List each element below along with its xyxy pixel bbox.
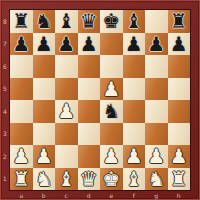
black-knight[interactable]: ♞ [102,101,120,121]
file-label-e: e [100,190,123,200]
square-c5[interactable] [55,78,78,101]
square-g4[interactable] [145,100,168,123]
white-pawn[interactable]: ♟ [170,146,188,166]
square-d4[interactable] [78,100,101,123]
white-king[interactable]: ♚ [102,169,120,189]
white-pawn[interactable]: ♟ [35,146,53,166]
rank-label-2: 2 [0,145,10,168]
black-knight[interactable]: ♞ [35,11,53,31]
white-knight[interactable]: ♞ [147,169,165,189]
white-pawn[interactable]: ♟ [102,79,120,99]
square-f8[interactable]: ♝ [123,10,146,33]
square-c4[interactable]: ♟ [55,100,78,123]
rank-label-6: 6 [0,55,10,78]
square-f1[interactable]: ♝ [123,168,146,191]
square-c3[interactable] [55,123,78,146]
square-b1[interactable]: ♞ [33,168,56,191]
square-g1[interactable]: ♞ [145,168,168,191]
square-h2[interactable]: ♟ [168,145,191,168]
white-pawn[interactable]: ♟ [125,146,143,166]
chess-board-frame: 87654321 abcdefgh ♜♞♝♛♚♝♜♟♟♟♟♟♟♟♟♟♞♟♟♟♟♟… [0,0,200,200]
file-label-d: d [78,190,101,200]
square-b5[interactable] [33,78,56,101]
square-f4[interactable] [123,100,146,123]
square-e7[interactable] [100,33,123,56]
square-h5[interactable] [168,78,191,101]
file-label-a: a [10,190,33,200]
white-rook[interactable]: ♜ [12,169,30,189]
square-d1[interactable]: ♛ [78,168,101,191]
square-b4[interactable] [33,100,56,123]
black-bishop[interactable]: ♝ [125,11,143,31]
square-h1[interactable]: ♜ [168,168,191,191]
white-pawn[interactable]: ♟ [12,146,30,166]
black-rook[interactable]: ♜ [170,11,188,31]
file-label-g: g [145,190,168,200]
file-label-h: h [168,190,191,200]
square-f6[interactable] [123,55,146,78]
black-rook[interactable]: ♜ [12,11,30,31]
rank-label-3: 3 [0,123,10,146]
square-c8[interactable]: ♝ [55,10,78,33]
square-b2[interactable]: ♟ [33,145,56,168]
white-pawn[interactable]: ♟ [57,101,75,121]
rank-label-4: 4 [0,100,10,123]
chess-board: ♜♞♝♛♚♝♜♟♟♟♟♟♟♟♟♟♞♟♟♟♟♟♟♜♞♝♛♚♝♞♜ [10,10,190,190]
square-d8[interactable]: ♛ [78,10,101,33]
square-a8[interactable]: ♜ [10,10,33,33]
square-d6[interactable] [78,55,101,78]
square-h8[interactable]: ♜ [168,10,191,33]
square-g3[interactable] [145,123,168,146]
black-pawn[interactable]: ♟ [147,34,165,54]
square-f7[interactable]: ♟ [123,33,146,56]
white-queen[interactable]: ♛ [80,169,98,189]
square-c7[interactable]: ♟ [55,33,78,56]
square-g5[interactable] [145,78,168,101]
square-a1[interactable]: ♜ [10,168,33,191]
square-e3[interactable] [100,123,123,146]
rank-label-5: 5 [0,78,10,101]
square-a4[interactable] [10,100,33,123]
file-label-c: c [55,190,78,200]
white-bishop[interactable]: ♝ [125,169,143,189]
square-g6[interactable] [145,55,168,78]
black-pawn[interactable]: ♟ [80,34,98,54]
square-d3[interactable] [78,123,101,146]
square-e4[interactable]: ♞ [100,100,123,123]
black-pawn[interactable]: ♟ [170,34,188,54]
black-pawn[interactable]: ♟ [57,34,75,54]
square-d2[interactable] [78,145,101,168]
square-g2[interactable]: ♟ [145,145,168,168]
square-b8[interactable]: ♞ [33,10,56,33]
rank-labels: 87654321 [0,10,10,190]
square-e2[interactable]: ♟ [100,145,123,168]
square-d5[interactable] [78,78,101,101]
rank-label-1: 1 [0,168,10,191]
square-e8[interactable]: ♚ [100,10,123,33]
square-h6[interactable] [168,55,191,78]
square-g7[interactable]: ♟ [145,33,168,56]
file-label-f: f [123,190,146,200]
white-pawn[interactable]: ♟ [102,146,120,166]
file-labels: abcdefgh [10,190,190,200]
square-d7[interactable]: ♟ [78,33,101,56]
square-b6[interactable] [33,55,56,78]
square-a5[interactable] [10,78,33,101]
square-a6[interactable] [10,55,33,78]
square-a2[interactable]: ♟ [10,145,33,168]
square-a7[interactable]: ♟ [10,33,33,56]
square-e1[interactable]: ♚ [100,168,123,191]
square-c2[interactable] [55,145,78,168]
square-f3[interactable] [123,123,146,146]
square-f5[interactable] [123,78,146,101]
file-label-b: b [33,190,56,200]
black-pawn[interactable]: ♟ [12,34,30,54]
rank-label-8: 8 [0,10,10,33]
white-knight[interactable]: ♞ [35,169,53,189]
square-b7[interactable]: ♟ [33,33,56,56]
square-f2[interactable]: ♟ [123,145,146,168]
square-h3[interactable] [168,123,191,146]
black-king[interactable]: ♚ [102,11,120,31]
black-pawn[interactable]: ♟ [125,34,143,54]
square-c1[interactable]: ♝ [55,168,78,191]
white-rook[interactable]: ♜ [170,169,188,189]
black-queen[interactable]: ♛ [80,11,98,31]
square-b3[interactable] [33,123,56,146]
black-bishop[interactable]: ♝ [57,11,75,31]
square-e6[interactable] [100,55,123,78]
rank-label-7: 7 [0,33,10,56]
square-h4[interactable] [168,100,191,123]
square-h7[interactable]: ♟ [168,33,191,56]
white-pawn[interactable]: ♟ [147,146,165,166]
square-a3[interactable] [10,123,33,146]
square-c6[interactable] [55,55,78,78]
white-bishop[interactable]: ♝ [57,169,75,189]
square-g8[interactable] [145,10,168,33]
square-e5[interactable]: ♟ [100,78,123,101]
black-pawn[interactable]: ♟ [35,34,53,54]
